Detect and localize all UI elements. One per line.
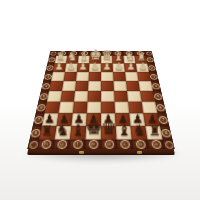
frame-cell: b xyxy=(132,140,149,149)
square-d1: ♛ xyxy=(101,56,113,64)
rank-label: 2 xyxy=(148,65,156,70)
piece-black-pawn: ♟ xyxy=(72,112,87,124)
rank-label: 7 xyxy=(158,116,169,124)
brass-hinge-icon xyxy=(137,151,142,154)
square-f6 xyxy=(73,102,88,114)
square-f8: ♝ xyxy=(70,126,86,140)
square-g2: ♟ xyxy=(65,64,78,72)
square-d7: ♟ xyxy=(101,113,116,126)
square-c1: ♝ xyxy=(112,56,124,64)
square-d8: ♛ xyxy=(101,126,116,140)
square-d5 xyxy=(101,91,115,102)
frame-cell: 7 xyxy=(158,113,170,126)
rank-label: 6 xyxy=(156,104,166,111)
frame-cell: 8 xyxy=(160,126,172,140)
file-label: e xyxy=(88,140,98,149)
frame-cell: f xyxy=(69,140,85,149)
board-side-edge xyxy=(27,148,175,155)
square-d4 xyxy=(101,81,114,91)
piece-black-pawn: ♟ xyxy=(57,112,72,124)
file-label: c xyxy=(119,140,129,149)
square-f3 xyxy=(76,72,89,81)
square-e3 xyxy=(89,72,101,81)
frame-cell: 6 xyxy=(155,102,166,114)
file-label: b xyxy=(135,140,146,149)
square-f4 xyxy=(75,81,89,91)
square-f2: ♟ xyxy=(77,64,89,72)
brass-hinge-icon xyxy=(79,151,84,154)
piece-black-rook: ♜ xyxy=(40,124,55,138)
square-c5 xyxy=(114,91,128,102)
frame-cell: 2 xyxy=(147,64,156,72)
square-f7: ♟ xyxy=(71,113,86,126)
piece-black-pawn: ♟ xyxy=(116,112,131,124)
file-label: a xyxy=(150,140,161,149)
square-c3 xyxy=(113,72,126,81)
square-e2: ♟ xyxy=(89,64,101,72)
frame-cell: 5 xyxy=(153,91,164,102)
square-g6 xyxy=(59,102,74,114)
square-g3 xyxy=(64,72,77,81)
square-e7: ♟ xyxy=(86,113,101,126)
square-c7: ♟ xyxy=(115,113,130,126)
square-h4 xyxy=(49,81,64,91)
frame-cell: a xyxy=(147,140,164,149)
frame-cell xyxy=(163,140,175,149)
square-g5 xyxy=(60,91,75,102)
square-c6 xyxy=(115,102,130,114)
square-e6 xyxy=(87,102,101,114)
square-g7: ♟ xyxy=(57,113,73,126)
piece-black-bishop: ♝ xyxy=(116,122,131,137)
square-h7: ♟ xyxy=(42,113,59,126)
square-b3 xyxy=(125,72,138,81)
square-g8: ♞ xyxy=(55,126,72,140)
piece-black-pawn: ♟ xyxy=(101,112,116,124)
rank-label: 3 xyxy=(149,74,158,80)
square-c8: ♝ xyxy=(116,126,132,140)
piece-black-bishop: ♝ xyxy=(70,122,85,137)
square-d3 xyxy=(101,72,113,81)
frame-cell: g xyxy=(53,140,70,149)
piece-black-pawn: ♟ xyxy=(42,112,57,124)
square-e5 xyxy=(87,91,101,102)
product-photo: hgfedcba1♜♞♝♚♛♝♞♜12♟♟♟♟♟♟♟♟2334455667♟♟♟… xyxy=(0,0,200,200)
frame-cell: h xyxy=(37,140,54,149)
rank-label: 1 xyxy=(146,57,154,62)
square-f5 xyxy=(74,91,88,102)
rank-label: 4 xyxy=(151,83,160,89)
file-label: f xyxy=(72,140,82,149)
square-d6 xyxy=(101,102,115,114)
file-label: h xyxy=(40,140,51,149)
chess-board: hgfedcba1♜♞♝♚♛♝♞♜12♟♟♟♟♟♟♟♟2334455667♟♟♟… xyxy=(27,51,174,149)
frame-cell: c xyxy=(116,140,132,149)
square-f1: ♝ xyxy=(78,56,90,64)
frame-cell: d xyxy=(101,140,117,149)
square-e4 xyxy=(88,81,101,91)
frame-cell: 4 xyxy=(151,81,161,91)
square-g4 xyxy=(62,81,76,91)
rank-label: 8 xyxy=(161,128,172,137)
square-d2: ♟ xyxy=(101,64,113,72)
square-e8: ♚ xyxy=(86,126,101,140)
piece-black-pawn: ♟ xyxy=(86,112,101,124)
frame-cell: 3 xyxy=(149,72,159,81)
frame-cell: e xyxy=(85,140,101,149)
file-label: d xyxy=(104,140,114,149)
file-label: g xyxy=(56,140,67,149)
rank-label: 5 xyxy=(153,93,163,100)
corner-medallion xyxy=(164,140,174,148)
frame-cell: 1 xyxy=(146,56,155,64)
square-c4 xyxy=(113,81,127,91)
piece-black-knight: ♞ xyxy=(55,123,70,138)
square-e1: ♚ xyxy=(89,56,101,64)
square-c2: ♟ xyxy=(113,64,125,72)
square-a3 xyxy=(137,72,151,81)
square-g1: ♞ xyxy=(66,56,78,64)
